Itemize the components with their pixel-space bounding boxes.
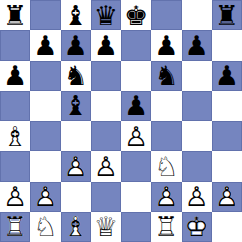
square-b6[interactable] — [30, 61, 60, 91]
square-d8[interactable]: ♛ — [91, 0, 121, 30]
square-f8[interactable] — [151, 0, 181, 30]
white-bishop-icon: ♝♗ — [64, 213, 88, 240]
black-bishop-icon: ♝ — [64, 2, 88, 29]
square-e6[interactable] — [121, 61, 151, 91]
square-c3[interactable]: ♟♙ — [61, 151, 91, 181]
square-a4[interactable]: ♝♗ — [0, 121, 30, 151]
white-bishop-icon: ♝♗ — [3, 123, 27, 150]
square-d1[interactable]: ♛♕ — [91, 212, 121, 242]
square-d2[interactable] — [91, 182, 121, 212]
square-e1[interactable] — [121, 212, 151, 242]
black-pawn-icon: ♟ — [94, 32, 118, 59]
chess-board: ♜♝♛♚♜♟♟♟♟♟♟♞♞♟♝♟♝♗♟♙♟♙♟♙♞♘♟♙♟♙♟♙♟♙♟♙♜♖♞♘… — [0, 0, 242, 242]
square-a3[interactable] — [0, 151, 30, 181]
square-g1[interactable]: ♚♔ — [182, 212, 212, 242]
square-f1[interactable]: ♜♖ — [151, 212, 181, 242]
square-h8[interactable]: ♜ — [212, 0, 242, 30]
chess-board-container: ♜♝♛♚♜♟♟♟♟♟♟♞♞♟♝♟♝♗♟♙♟♙♟♙♞♘♟♙♟♙♟♙♟♙♟♙♜♖♞♘… — [0, 0, 242, 242]
white-queen-icon: ♛♕ — [94, 213, 118, 240]
square-g2[interactable]: ♟♙ — [182, 182, 212, 212]
black-pawn-icon: ♟ — [185, 32, 209, 59]
square-c1[interactable]: ♝♗ — [61, 212, 91, 242]
square-a1[interactable]: ♜♖ — [0, 212, 30, 242]
square-c2[interactable] — [61, 182, 91, 212]
square-f2[interactable]: ♟♙ — [151, 182, 181, 212]
white-pawn-icon: ♟♙ — [185, 183, 209, 210]
square-g5[interactable] — [182, 91, 212, 121]
white-king-icon: ♚♔ — [185, 213, 209, 240]
square-b1[interactable]: ♞♘ — [30, 212, 60, 242]
square-a7[interactable] — [0, 30, 30, 60]
white-knight-icon: ♞♘ — [33, 213, 57, 240]
black-pawn-icon: ♟ — [33, 32, 57, 59]
square-e3[interactable] — [121, 151, 151, 181]
square-f6[interactable]: ♞ — [151, 61, 181, 91]
square-b7[interactable]: ♟ — [30, 30, 60, 60]
white-pawn-icon: ♟♙ — [33, 183, 57, 210]
black-rook-icon: ♜ — [215, 2, 239, 29]
square-d4[interactable] — [91, 121, 121, 151]
square-h2[interactable]: ♟♙ — [212, 182, 242, 212]
black-pawn-icon: ♟ — [154, 32, 178, 59]
square-h4[interactable] — [212, 121, 242, 151]
square-f3[interactable]: ♞♘ — [151, 151, 181, 181]
black-pawn-icon: ♟ — [124, 92, 148, 119]
square-h1[interactable] — [212, 212, 242, 242]
square-h3[interactable] — [212, 151, 242, 181]
black-pawn-icon: ♟ — [215, 62, 239, 89]
square-a5[interactable] — [0, 91, 30, 121]
square-g4[interactable] — [182, 121, 212, 151]
square-a6[interactable]: ♟ — [0, 61, 30, 91]
white-pawn-icon: ♟♙ — [154, 183, 178, 210]
square-c8[interactable]: ♝ — [61, 0, 91, 30]
square-f5[interactable] — [151, 91, 181, 121]
square-b2[interactable]: ♟♙ — [30, 182, 60, 212]
square-f4[interactable] — [151, 121, 181, 151]
white-pawn-icon: ♟♙ — [215, 183, 239, 210]
white-pawn-icon: ♟♙ — [124, 123, 148, 150]
black-pawn-icon: ♟ — [64, 32, 88, 59]
white-pawn-icon: ♟♙ — [94, 153, 118, 180]
square-h6[interactable]: ♟ — [212, 61, 242, 91]
square-c6[interactable]: ♞ — [61, 61, 91, 91]
square-c5[interactable]: ♝ — [61, 91, 91, 121]
square-b8[interactable] — [30, 0, 60, 30]
white-rook-icon: ♜♖ — [154, 213, 178, 240]
square-g3[interactable] — [182, 151, 212, 181]
square-e4[interactable]: ♟♙ — [121, 121, 151, 151]
square-c7[interactable]: ♟ — [61, 30, 91, 60]
white-pawn-icon: ♟♙ — [3, 183, 27, 210]
square-e8[interactable]: ♚ — [121, 0, 151, 30]
square-d3[interactable]: ♟♙ — [91, 151, 121, 181]
square-h7[interactable] — [212, 30, 242, 60]
black-king-icon: ♚ — [124, 2, 148, 29]
square-e7[interactable] — [121, 30, 151, 60]
square-d7[interactable]: ♟ — [91, 30, 121, 60]
black-rook-icon: ♜ — [3, 2, 27, 29]
black-pawn-icon: ♟ — [3, 62, 27, 89]
square-f7[interactable]: ♟ — [151, 30, 181, 60]
black-knight-icon: ♞ — [64, 62, 88, 89]
square-d6[interactable] — [91, 61, 121, 91]
square-h5[interactable] — [212, 91, 242, 121]
square-g8[interactable] — [182, 0, 212, 30]
black-queen-icon: ♛ — [94, 2, 118, 29]
square-b4[interactable] — [30, 121, 60, 151]
white-rook-icon: ♜♖ — [3, 213, 27, 240]
square-a8[interactable]: ♜ — [0, 0, 30, 30]
square-a2[interactable]: ♟♙ — [0, 182, 30, 212]
white-knight-icon: ♞♘ — [154, 153, 178, 180]
square-b3[interactable] — [30, 151, 60, 181]
square-e2[interactable] — [121, 182, 151, 212]
square-d5[interactable] — [91, 91, 121, 121]
black-knight-icon: ♞ — [154, 62, 178, 89]
square-b5[interactable] — [30, 91, 60, 121]
white-pawn-icon: ♟♙ — [64, 153, 88, 180]
square-g7[interactable]: ♟ — [182, 30, 212, 60]
square-e5[interactable]: ♟ — [121, 91, 151, 121]
square-c4[interactable] — [61, 121, 91, 151]
square-g6[interactable] — [182, 61, 212, 91]
black-bishop-icon: ♝ — [64, 92, 88, 119]
